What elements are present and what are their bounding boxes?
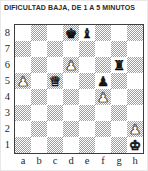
square-g1[interactable] xyxy=(111,137,127,153)
square-g7[interactable] xyxy=(111,41,127,57)
file-labels: abcdefgh xyxy=(15,154,143,168)
rank-label-7: 7 xyxy=(0,41,13,57)
square-e6[interactable] xyxy=(79,57,95,73)
square-a6[interactable] xyxy=(15,57,31,73)
square-f3[interactable] xyxy=(95,105,111,121)
square-b7[interactable] xyxy=(31,41,47,57)
square-h3[interactable] xyxy=(127,105,143,121)
rank-label-2: 2 xyxy=(0,121,13,137)
square-c8[interactable] xyxy=(47,25,63,41)
square-h5[interactable] xyxy=(127,73,143,89)
square-f5[interactable]: ♟ xyxy=(95,73,111,89)
square-b6[interactable] xyxy=(31,57,47,73)
black-bishop[interactable]: ♝ xyxy=(79,25,95,41)
square-d8[interactable]: ♚ xyxy=(63,25,79,41)
square-g6[interactable]: ♜ xyxy=(111,57,127,73)
rank-label-1: 1 xyxy=(0,137,13,153)
square-g8[interactable] xyxy=(111,25,127,41)
square-d7[interactable] xyxy=(63,41,79,57)
square-a7[interactable] xyxy=(15,41,31,57)
chess-board[interactable]: ♚♝♟♜♟♛♟♟♟♚ xyxy=(14,24,144,154)
square-c7[interactable] xyxy=(47,41,63,57)
file-label-c: c xyxy=(47,154,63,168)
square-h6[interactable] xyxy=(127,57,143,73)
square-g5[interactable] xyxy=(111,73,127,89)
black-pawn[interactable]: ♟ xyxy=(95,73,111,89)
square-f1[interactable] xyxy=(95,137,111,153)
square-b4[interactable] xyxy=(31,89,47,105)
square-h2[interactable]: ♟ xyxy=(127,121,143,137)
square-f6[interactable] xyxy=(95,57,111,73)
file-label-h: h xyxy=(127,154,143,168)
square-e8[interactable]: ♝ xyxy=(79,25,95,41)
square-a2[interactable] xyxy=(15,121,31,137)
white-pawn[interactable]: ♟ xyxy=(127,121,143,137)
square-f8[interactable] xyxy=(95,25,111,41)
square-d5[interactable] xyxy=(63,73,79,89)
square-g2[interactable] xyxy=(111,121,127,137)
white-king[interactable]: ♚ xyxy=(127,137,143,153)
square-h4[interactable] xyxy=(127,89,143,105)
square-c4[interactable] xyxy=(47,89,63,105)
file-label-g: g xyxy=(111,154,127,168)
square-f2[interactable] xyxy=(95,121,111,137)
puzzle-title: DIFICULTAD BAJA, DE 1 A 5 MINUTOS xyxy=(4,3,135,12)
square-h1[interactable]: ♚ xyxy=(127,137,143,153)
square-h7[interactable] xyxy=(127,41,143,57)
square-c5[interactable]: ♛ xyxy=(47,73,63,89)
square-f4[interactable]: ♟ xyxy=(95,89,111,105)
square-d3[interactable] xyxy=(63,105,79,121)
white-pawn[interactable]: ♟ xyxy=(63,57,79,73)
square-e4[interactable] xyxy=(79,89,95,105)
rank-label-3: 3 xyxy=(0,105,13,121)
rank-label-6: 6 xyxy=(0,57,13,73)
square-g3[interactable] xyxy=(111,105,127,121)
black-king[interactable]: ♚ xyxy=(63,25,79,41)
puzzle-diagram: DIFICULTAD BAJA, DE 1 A 5 MINUTOS 876543… xyxy=(0,0,148,171)
square-b3[interactable] xyxy=(31,105,47,121)
square-b5[interactable] xyxy=(31,73,47,89)
square-b1[interactable] xyxy=(31,137,47,153)
square-d6[interactable]: ♟ xyxy=(63,57,79,73)
square-e7[interactable] xyxy=(79,41,95,57)
square-e5[interactable] xyxy=(79,73,95,89)
black-rook[interactable]: ♜ xyxy=(111,57,127,73)
square-f7[interactable] xyxy=(95,41,111,57)
square-d4[interactable] xyxy=(63,89,79,105)
square-g4[interactable] xyxy=(111,89,127,105)
file-label-d: d xyxy=(63,154,79,168)
file-label-b: b xyxy=(31,154,47,168)
rank-label-5: 5 xyxy=(0,73,13,89)
square-c2[interactable] xyxy=(47,121,63,137)
square-c3[interactable] xyxy=(47,105,63,121)
file-label-f: f xyxy=(95,154,111,168)
square-e3[interactable] xyxy=(79,105,95,121)
white-pawn[interactable]: ♟ xyxy=(15,73,31,89)
square-b2[interactable] xyxy=(31,121,47,137)
square-a8[interactable] xyxy=(15,25,31,41)
square-b8[interactable] xyxy=(31,25,47,41)
square-a4[interactable] xyxy=(15,89,31,105)
square-e1[interactable] xyxy=(79,137,95,153)
file-label-e: e xyxy=(79,154,95,168)
square-a3[interactable] xyxy=(15,105,31,121)
rank-label-8: 8 xyxy=(0,25,13,41)
file-label-a: a xyxy=(15,154,31,168)
square-a1[interactable] xyxy=(15,137,31,153)
square-h8[interactable] xyxy=(127,25,143,41)
rank-label-4: 4 xyxy=(0,89,13,105)
white-queen[interactable]: ♛ xyxy=(47,73,63,89)
square-c6[interactable] xyxy=(47,57,63,73)
white-pawn[interactable]: ♟ xyxy=(95,89,111,105)
square-d2[interactable] xyxy=(63,121,79,137)
square-c1[interactable] xyxy=(47,137,63,153)
square-d1[interactable] xyxy=(63,137,79,153)
square-a5[interactable]: ♟ xyxy=(15,73,31,89)
rank-labels: 87654321 xyxy=(0,25,13,153)
square-e2[interactable] xyxy=(79,121,95,137)
